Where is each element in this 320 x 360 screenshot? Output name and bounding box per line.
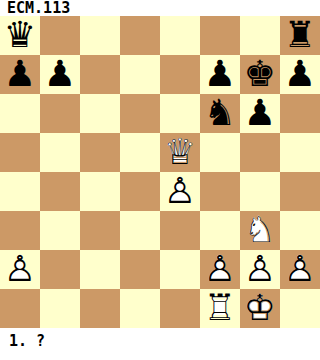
square-c1[interactable]: [80, 289, 120, 328]
white-pawn[interactable]: ♟♙: [200, 250, 240, 289]
black-pawn[interactable]: ♟: [0, 55, 40, 94]
square-b3[interactable]: [40, 211, 80, 250]
square-c5[interactable]: [80, 133, 120, 172]
square-g4[interactable]: [240, 172, 280, 211]
piece-glyph: ♜: [280, 15, 320, 54]
piece-glyph: ♛: [0, 15, 40, 54]
square-b5[interactable]: [40, 133, 80, 172]
square-f4[interactable]: [200, 172, 240, 211]
square-e6[interactable]: [160, 94, 200, 133]
square-e7[interactable]: [160, 55, 200, 94]
piece-glyph: ♟: [280, 54, 320, 93]
square-g5[interactable]: [240, 133, 280, 172]
white-king[interactable]: ♚♔: [240, 289, 280, 328]
square-e4[interactable]: ♟♙: [160, 172, 200, 211]
white-rook[interactable]: ♜♖: [200, 289, 240, 328]
piece-glyph: ♟: [0, 54, 40, 93]
white-pawn[interactable]: ♟♙: [0, 250, 40, 289]
square-f3[interactable]: [200, 211, 240, 250]
white-pawn[interactable]: ♟♙: [240, 250, 280, 289]
square-h5[interactable]: [280, 133, 320, 172]
square-a5[interactable]: [0, 133, 40, 172]
square-h3[interactable]: [280, 211, 320, 250]
black-pawn[interactable]: ♟: [200, 55, 240, 94]
square-f1[interactable]: ♜♖: [200, 289, 240, 328]
square-e2[interactable]: [160, 250, 200, 289]
square-c8[interactable]: [80, 16, 120, 55]
square-h4[interactable]: [280, 172, 320, 211]
square-g2[interactable]: ♟♙: [240, 250, 280, 289]
piece-glyph-outline: ♙: [280, 249, 320, 288]
piece-glyph-outline: ♙: [200, 249, 240, 288]
square-f7[interactable]: ♟: [200, 55, 240, 94]
square-f2[interactable]: ♟♙: [200, 250, 240, 289]
white-pawn[interactable]: ♟♙: [160, 172, 200, 211]
square-d3[interactable]: [120, 211, 160, 250]
square-a4[interactable]: [0, 172, 40, 211]
square-d4[interactable]: [120, 172, 160, 211]
piece-glyph: ♚: [240, 54, 280, 93]
black-king[interactable]: ♚: [240, 55, 280, 94]
chess-board: ♛♜♟♟♟♚♟♞♟♛♕♟♙♞♘♟♙♟♙♟♙♟♙♜♖♚♔: [0, 16, 320, 328]
square-d8[interactable]: [120, 16, 160, 55]
black-knight[interactable]: ♞: [200, 94, 240, 133]
square-a6[interactable]: [0, 94, 40, 133]
square-d6[interactable]: [120, 94, 160, 133]
square-e5[interactable]: ♛♕: [160, 133, 200, 172]
square-a2[interactable]: ♟♙: [0, 250, 40, 289]
black-rook[interactable]: ♜: [280, 16, 320, 55]
white-knight[interactable]: ♞♘: [240, 211, 280, 250]
piece-glyph: ♟: [40, 54, 80, 93]
square-c4[interactable]: [80, 172, 120, 211]
square-b2[interactable]: [40, 250, 80, 289]
square-a8[interactable]: ♛: [0, 16, 40, 55]
square-a3[interactable]: [0, 211, 40, 250]
square-d7[interactable]: [120, 55, 160, 94]
square-b4[interactable]: [40, 172, 80, 211]
piece-glyph: ♟: [240, 93, 280, 132]
square-f6[interactable]: ♞: [200, 94, 240, 133]
square-g6[interactable]: ♟: [240, 94, 280, 133]
square-d2[interactable]: [120, 250, 160, 289]
black-pawn[interactable]: ♟: [240, 94, 280, 133]
square-c2[interactable]: [80, 250, 120, 289]
black-pawn[interactable]: ♟: [40, 55, 80, 94]
square-e3[interactable]: [160, 211, 200, 250]
square-h8[interactable]: ♜: [280, 16, 320, 55]
square-b8[interactable]: [40, 16, 80, 55]
square-d5[interactable]: [120, 133, 160, 172]
piece-glyph-outline: ♙: [0, 249, 40, 288]
piece-glyph-outline: ♙: [160, 171, 200, 210]
square-b1[interactable]: [40, 289, 80, 328]
square-g1[interactable]: ♚♔: [240, 289, 280, 328]
square-c3[interactable]: [80, 211, 120, 250]
square-d1[interactable]: [120, 289, 160, 328]
square-e1[interactable]: [160, 289, 200, 328]
piece-glyph-outline: ♘: [240, 210, 280, 249]
piece-glyph-outline: ♕: [160, 132, 200, 171]
square-g3[interactable]: ♞♘: [240, 211, 280, 250]
white-pawn[interactable]: ♟♙: [280, 250, 320, 289]
piece-glyph-outline: ♔: [240, 288, 280, 327]
black-queen[interactable]: ♛: [0, 16, 40, 55]
square-a7[interactable]: ♟: [0, 55, 40, 94]
piece-glyph: ♞: [200, 93, 240, 132]
square-h6[interactable]: [280, 94, 320, 133]
square-b7[interactable]: ♟: [40, 55, 80, 94]
move-prompt: 1. ?: [9, 331, 45, 351]
square-g8[interactable]: [240, 16, 280, 55]
white-queen[interactable]: ♛♕: [160, 133, 200, 172]
piece-glyph-outline: ♙: [240, 249, 280, 288]
square-g7[interactable]: ♚: [240, 55, 280, 94]
square-e8[interactable]: [160, 16, 200, 55]
piece-glyph-outline: ♖: [200, 288, 240, 327]
square-h1[interactable]: [280, 289, 320, 328]
square-a1[interactable]: [0, 289, 40, 328]
square-c7[interactable]: [80, 55, 120, 94]
square-f5[interactable]: [200, 133, 240, 172]
piece-glyph: ♟: [200, 54, 240, 93]
square-f8[interactable]: [200, 16, 240, 55]
square-c6[interactable]: [80, 94, 120, 133]
black-pawn[interactable]: ♟: [280, 55, 320, 94]
square-h7[interactable]: ♟: [280, 55, 320, 94]
square-h2[interactable]: ♟♙: [280, 250, 320, 289]
square-b6[interactable]: [40, 94, 80, 133]
